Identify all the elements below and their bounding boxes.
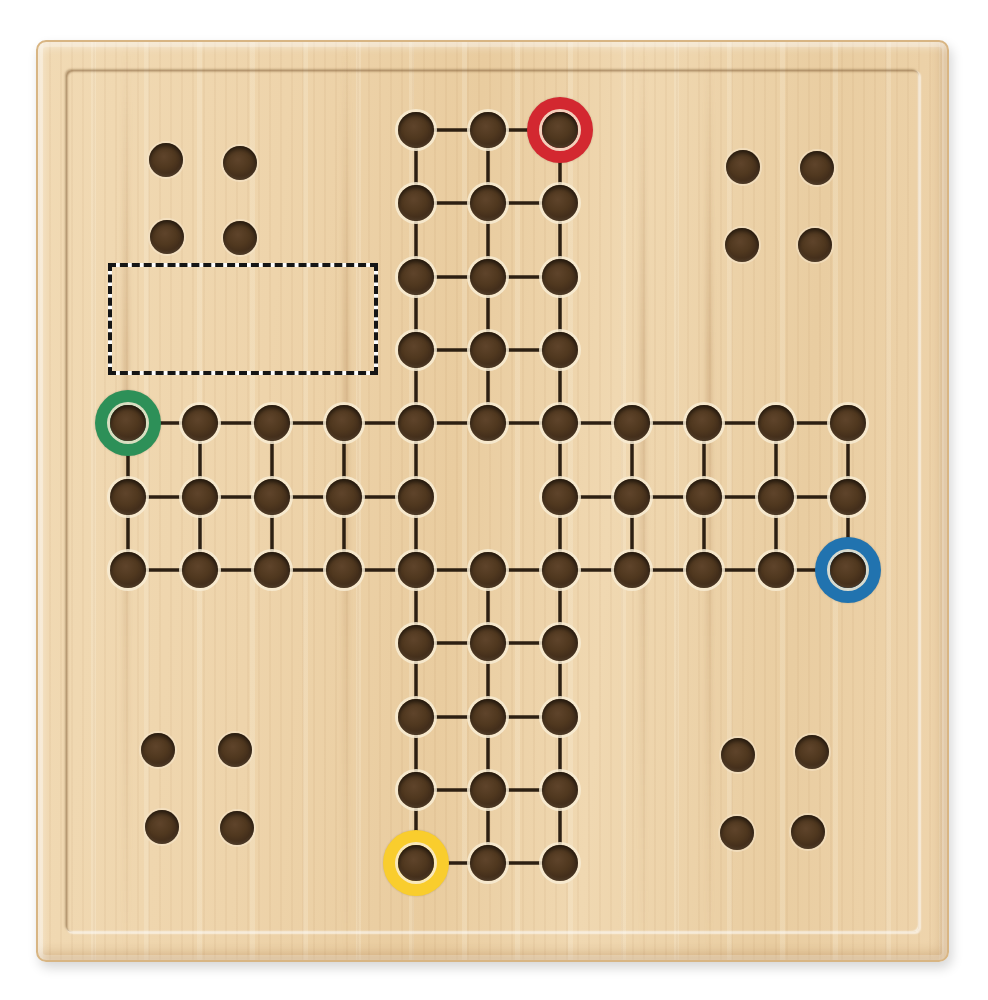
track-hole[interactable]	[542, 772, 578, 808]
track-hole[interactable]	[830, 552, 866, 588]
track-hole[interactable]	[398, 625, 434, 661]
track-hole[interactable]	[542, 185, 578, 221]
track-hole[interactable]	[542, 259, 578, 295]
track-hole[interactable]	[398, 185, 434, 221]
track-hole[interactable]	[758, 479, 794, 515]
track-hole[interactable]	[182, 479, 218, 515]
track-hole[interactable]	[542, 479, 578, 515]
track-hole[interactable]	[758, 552, 794, 588]
track-hole[interactable]	[470, 772, 506, 808]
track-hole[interactable]	[686, 552, 722, 588]
home-hole-top-left[interactable]	[223, 221, 257, 255]
track-hole[interactable]	[398, 259, 434, 295]
home-hole-bottom-right[interactable]	[791, 815, 825, 849]
track-hole[interactable]	[542, 332, 578, 368]
track-hole[interactable]	[470, 185, 506, 221]
home-hole-top-left[interactable]	[150, 220, 184, 254]
track-hole[interactable]	[398, 699, 434, 735]
home-hole-top-right[interactable]	[798, 228, 832, 262]
home-hole-bottom-right[interactable]	[720, 816, 754, 850]
track-hole[interactable]	[470, 112, 506, 148]
track-hole[interactable]	[470, 625, 506, 661]
track-hole[interactable]	[470, 699, 506, 735]
track-hole[interactable]	[542, 405, 578, 441]
home-hole-bottom-left[interactable]	[220, 811, 254, 845]
track-hole[interactable]	[542, 552, 578, 588]
track-hole[interactable]	[254, 552, 290, 588]
product-photo-canvas	[0, 0, 988, 1000]
track-hole[interactable]	[542, 699, 578, 735]
track-hole[interactable]	[830, 405, 866, 441]
home-hole-top-left[interactable]	[149, 143, 183, 177]
track-hole[interactable]	[398, 552, 434, 588]
track-hole[interactable]	[398, 845, 434, 881]
branding-area-placeholder	[108, 263, 378, 375]
track-hole[interactable]	[254, 479, 290, 515]
home-hole-bottom-left[interactable]	[218, 733, 252, 767]
track-hole[interactable]	[254, 405, 290, 441]
track-hole[interactable]	[110, 479, 146, 515]
home-hole-top-right[interactable]	[726, 150, 760, 184]
track-hole[interactable]	[686, 405, 722, 441]
track-hole[interactable]	[110, 405, 146, 441]
track-hole[interactable]	[326, 479, 362, 515]
track-hole[interactable]	[398, 332, 434, 368]
home-hole-top-right[interactable]	[725, 228, 759, 262]
track-hole[interactable]	[758, 405, 794, 441]
track-hole[interactable]	[470, 332, 506, 368]
track-hole[interactable]	[182, 552, 218, 588]
home-hole-top-left[interactable]	[223, 146, 257, 180]
track-hole[interactable]	[470, 845, 506, 881]
track-hole[interactable]	[470, 259, 506, 295]
track-hole[interactable]	[614, 405, 650, 441]
track-hole[interactable]	[542, 845, 578, 881]
track-hole[interactable]	[614, 479, 650, 515]
track-hole[interactable]	[398, 405, 434, 441]
track-hole[interactable]	[398, 772, 434, 808]
home-hole-bottom-left[interactable]	[145, 810, 179, 844]
track-hole[interactable]	[110, 552, 146, 588]
home-hole-top-right[interactable]	[800, 151, 834, 185]
track-hole[interactable]	[326, 405, 362, 441]
track-hole[interactable]	[470, 405, 506, 441]
track-hole[interactable]	[398, 112, 434, 148]
track-hole[interactable]	[470, 552, 506, 588]
home-hole-bottom-left[interactable]	[141, 733, 175, 767]
track-hole[interactable]	[542, 112, 578, 148]
track-hole[interactable]	[614, 552, 650, 588]
track-hole[interactable]	[326, 552, 362, 588]
home-hole-bottom-right[interactable]	[795, 735, 829, 769]
track-hole[interactable]	[542, 625, 578, 661]
track-hole[interactable]	[182, 405, 218, 441]
track-hole[interactable]	[686, 479, 722, 515]
track-hole[interactable]	[830, 479, 866, 515]
track-hole[interactable]	[398, 479, 434, 515]
home-hole-bottom-right[interactable]	[721, 738, 755, 772]
